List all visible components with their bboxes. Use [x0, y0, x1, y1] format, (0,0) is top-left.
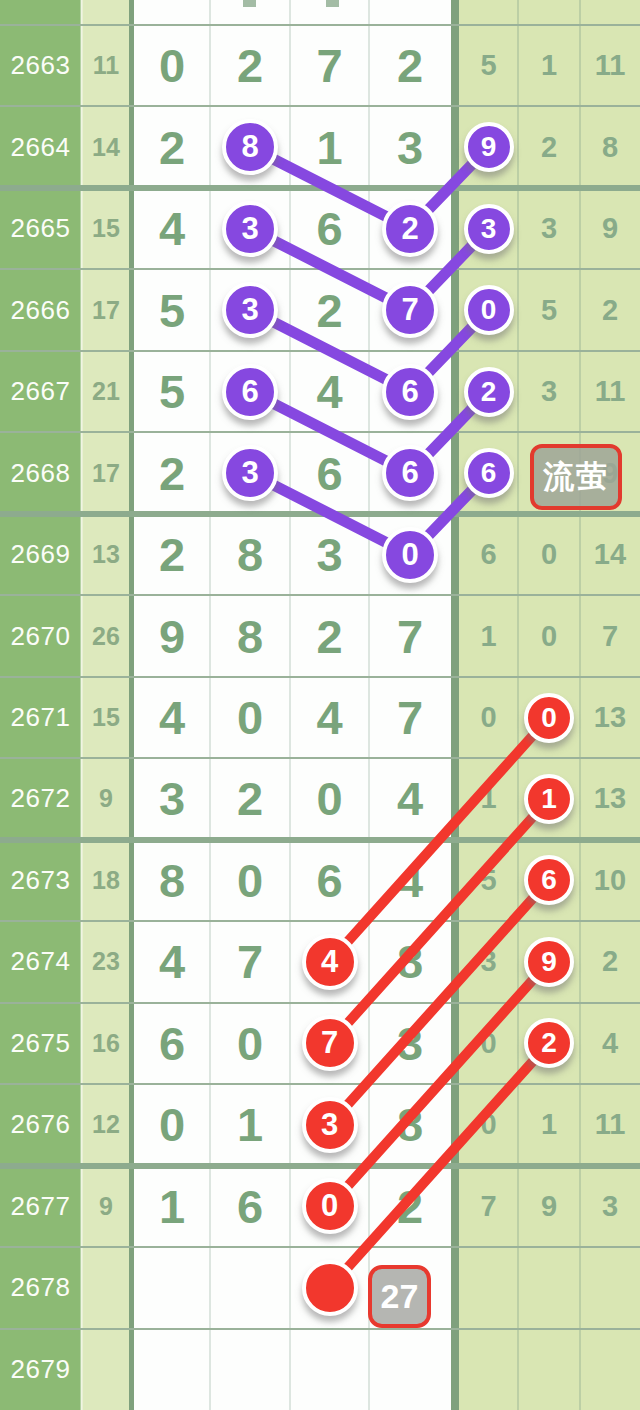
- digit-cell-2672-c4: 4: [369, 758, 451, 839]
- digit-cell-2668-c1: 2: [134, 432, 210, 513]
- right-cell-2676-r1: 0: [459, 1084, 518, 1165]
- period-cell-2666: 2666: [0, 269, 81, 350]
- circled-digit-2676-c3: 3: [302, 1097, 358, 1153]
- right-cell-2667-r3: 11: [580, 351, 640, 432]
- row-separator-line: [0, 1328, 640, 1330]
- period-cell-2676: 2676: [0, 1084, 81, 1165]
- right-cell-2677-r1: 7: [459, 1166, 518, 1247]
- digit-cell-2672-c1: 3: [134, 758, 210, 839]
- digit-cell-2669-c2: 8: [210, 514, 290, 595]
- digit-cell-2675-c2: 0: [210, 1003, 290, 1084]
- circled-digit-2665-c2: 3: [222, 201, 278, 257]
- right-cell-2673-r3: 10: [580, 840, 640, 921]
- right-cell-2663-r3: 11: [580, 25, 640, 106]
- circled-digit-2667-r1: 2: [464, 367, 514, 417]
- digit-cell-2671-c3: 4: [290, 677, 369, 758]
- right-cell-2671-r1: 0: [459, 677, 518, 758]
- circled-digit-2664-c2: 8: [222, 119, 278, 175]
- digit-cell-2676-c2: 1: [210, 1084, 290, 1165]
- sum-cell-2677: 9: [83, 1166, 129, 1247]
- circled-digit-2673-r2: 6: [524, 855, 574, 905]
- right-cell-2672-r3: 13: [580, 758, 640, 839]
- right-cell-2676-r3: 11: [580, 1084, 640, 1165]
- right-cell-2664-r3: 8: [580, 106, 640, 187]
- annotation-tag: 流萤: [530, 444, 622, 510]
- prediction-tag: 27: [368, 1265, 431, 1328]
- circled-digit-2674-c3: 4: [302, 934, 358, 990]
- right-cell-2675-r1: 0: [459, 1003, 518, 1084]
- digit-cell-2673-c1: 8: [134, 840, 210, 921]
- right-cell-2674-r1: 3: [459, 921, 518, 1002]
- circled-digit-2667-c4: 6: [382, 364, 438, 420]
- right-cell-2666-r3: 2: [580, 269, 640, 350]
- right-cell-2670-r3: 7: [580, 595, 640, 676]
- right-cell-2677-r3: 3: [580, 1166, 640, 1247]
- sum-cell-2665: 15: [83, 188, 129, 269]
- sum-cell-2663: 11: [83, 25, 129, 106]
- digit-cell-2670-c3: 2: [290, 595, 369, 676]
- digit-cell-2676-c1: 0: [134, 1084, 210, 1165]
- right-cell-2669-r3: 14: [580, 514, 640, 595]
- circled-digit-2677-c3: 0: [302, 1178, 358, 1234]
- right-cell-2663-r1: 5: [459, 25, 518, 106]
- circled-digit-2675-c3: 7: [302, 1015, 358, 1071]
- right-cell-2676-r2: 1: [518, 1084, 580, 1165]
- period-cell-2669: 2669: [0, 514, 81, 595]
- circled-digit-2665-r1: 3: [464, 204, 514, 254]
- digit-cell-2664-c1: 2: [134, 106, 210, 187]
- period-cell-2678: 2678: [0, 1247, 81, 1328]
- sum-cell-2674: 23: [83, 921, 129, 1002]
- circled-digit-2668-r1: 6: [464, 448, 514, 498]
- digit-cell-2667-c3: 4: [290, 351, 369, 432]
- right-cell-2670-r2: 0: [518, 595, 580, 676]
- period-cell-2663: 2663: [0, 25, 81, 106]
- period-cell-2673: 2673: [0, 840, 81, 921]
- right-cell-2674-r3: 2: [580, 921, 640, 1002]
- digit-cell-2663-c1: 0: [134, 25, 210, 106]
- sum-cell-2676: 12: [83, 1084, 129, 1165]
- digit-cell-2674-c4: 8: [369, 921, 451, 1002]
- right-cell-2665-r3: 9: [580, 188, 640, 269]
- period-cell-2677: 2677: [0, 1166, 81, 1247]
- sum-cell-2672: 9: [83, 758, 129, 839]
- sum-cell-2673: 18: [83, 840, 129, 921]
- circled-digit-2669-c4: 0: [382, 527, 438, 583]
- digit-cell-2673-c3: 6: [290, 840, 369, 921]
- right-cell-2669-r1: 6: [459, 514, 518, 595]
- right-cell-2665-r2: 3: [518, 188, 580, 269]
- period-cell-2679: 2679: [0, 1329, 81, 1410]
- right-cell-2670-r1: 1: [459, 595, 518, 676]
- lottery-trend-chart-board: 2663110272511126641421328266515463926661…: [0, 0, 640, 1410]
- right-cell-2666-r2: 5: [518, 269, 580, 350]
- digit-cell-2667-c1: 5: [134, 351, 210, 432]
- sum-cell-2668: 17: [83, 432, 129, 513]
- digit-cell-2663-c2: 2: [210, 25, 290, 106]
- sum-cell-2667: 21: [83, 351, 129, 432]
- digit-cell-2668-c3: 6: [290, 432, 369, 513]
- digit-cell-2664-c3: 1: [290, 106, 369, 187]
- right-cell-2675-r3: 4: [580, 1003, 640, 1084]
- sum-cell-2670: 26: [83, 595, 129, 676]
- period-cell-2672: 2672: [0, 758, 81, 839]
- cutoff-digit-stub: [326, 0, 339, 7]
- right-cell-2672-r1: 1: [459, 758, 518, 839]
- digit-cell-2670-c2: 8: [210, 595, 290, 676]
- period-cell-2664: 2664: [0, 106, 81, 187]
- circled-digit-2664-r1: 9: [464, 122, 514, 172]
- sum-cell-2666: 17: [83, 269, 129, 350]
- right-cell-2669-r2: 0: [518, 514, 580, 595]
- period-cell-2674: 2674: [0, 921, 81, 1002]
- digit-cell-2673-c2: 0: [210, 840, 290, 921]
- sum-cell-2669: 13: [83, 514, 129, 595]
- circled-digit-2672-r2: 1: [524, 774, 574, 824]
- digit-cell-2665-c1: 4: [134, 188, 210, 269]
- right-cell-2677-r2: 9: [518, 1166, 580, 1247]
- digit-cell-2675-c4: 3: [369, 1003, 451, 1084]
- circled-digit-2671-r2: 0: [524, 693, 574, 743]
- period-cell-2667: 2667: [0, 351, 81, 432]
- cutoff-digit-stub: [243, 0, 256, 7]
- digit-cell-2677-c4: 2: [369, 1166, 451, 1247]
- prediction-dot-2678-c3: [302, 1260, 358, 1316]
- period-cell-2671: 2671: [0, 677, 81, 758]
- digit-cell-2675-c1: 6: [134, 1003, 210, 1084]
- right-cell-2671-r3: 13: [580, 677, 640, 758]
- digit-cell-2669-c3: 3: [290, 514, 369, 595]
- circled-digit-2668-c4: 6: [382, 445, 438, 501]
- circled-digit-2675-r2: 2: [524, 1018, 574, 1068]
- digit-cell-2669-c1: 2: [134, 514, 210, 595]
- sum-cell-2664: 14: [83, 106, 129, 187]
- period-cell-2670: 2670: [0, 595, 81, 676]
- digit-cell-2666-c1: 5: [134, 269, 210, 350]
- circled-digit-2666-c4: 7: [382, 282, 438, 338]
- circled-digit-2666-r1: 0: [464, 285, 514, 335]
- digit-cell-2671-c2: 0: [210, 677, 290, 758]
- digit-cell-2672-c2: 2: [210, 758, 290, 839]
- digit-cell-2665-c3: 6: [290, 188, 369, 269]
- circled-digit-2674-r2: 9: [524, 937, 574, 987]
- digit-cell-2672-c3: 0: [290, 758, 369, 839]
- circled-digit-2668-c2: 3: [222, 445, 278, 501]
- digit-cell-2671-c1: 4: [134, 677, 210, 758]
- circled-digit-2666-c2: 3: [222, 282, 278, 338]
- digit-cell-2663-c4: 2: [369, 25, 451, 106]
- digit-cell-2663-c3: 7: [290, 25, 369, 106]
- digit-cell-2676-c4: 8: [369, 1084, 451, 1165]
- right-cell-2663-r2: 1: [518, 25, 580, 106]
- digit-cell-2673-c4: 4: [369, 840, 451, 921]
- sum-cell-2671: 15: [83, 677, 129, 758]
- period-cell-2675: 2675: [0, 1003, 81, 1084]
- right-cell-2673-r1: 5: [459, 840, 518, 921]
- digit-cell-2664-c4: 3: [369, 106, 451, 187]
- right-cell-2667-r2: 3: [518, 351, 580, 432]
- sum-cell-2675: 16: [83, 1003, 129, 1084]
- digit-cell-2674-c2: 7: [210, 921, 290, 1002]
- digit-cell-2677-c1: 1: [134, 1166, 210, 1247]
- period-cell-2665: 2665: [0, 188, 81, 269]
- period-cell-2668: 2668: [0, 432, 81, 513]
- digit-cell-2670-c1: 9: [134, 595, 210, 676]
- digit-cell-2666-c3: 2: [290, 269, 369, 350]
- circled-digit-2665-c4: 2: [382, 201, 438, 257]
- digit-cell-2677-c2: 6: [210, 1166, 290, 1247]
- digit-cell-2674-c1: 4: [134, 921, 210, 1002]
- circled-digit-2667-c2: 6: [222, 364, 278, 420]
- digit-cell-2670-c4: 7: [369, 595, 451, 676]
- right-cell-2664-r2: 2: [518, 106, 580, 187]
- digit-cell-2671-c4: 7: [369, 677, 451, 758]
